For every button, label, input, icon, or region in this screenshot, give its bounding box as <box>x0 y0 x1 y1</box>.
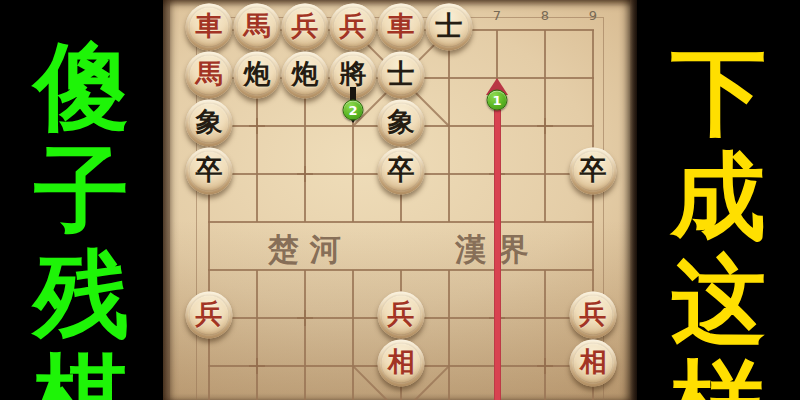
piece-label: 馬 <box>244 13 271 40</box>
piece-black-f1r4[interactable]: 卒 <box>186 148 233 195</box>
piece-label: 士 <box>388 61 415 88</box>
piece-black-f9r4[interactable]: 卒 <box>570 148 617 195</box>
piece-red-f4r1[interactable]: 兵 <box>330 4 377 51</box>
river-label: 河 <box>310 234 341 265</box>
xiangqi-board[interactable]: 789 楚河漢界 車馬兵兵車士馬炮炮將士象象卒卒卒兵兵兵相相 12 <box>163 0 637 400</box>
caption-char: 棋 <box>34 346 129 400</box>
piece-black-f6r1[interactable]: 士 <box>426 4 473 51</box>
piece-red-f1r1[interactable]: 車 <box>186 4 233 51</box>
column-label: 9 <box>589 8 597 23</box>
point-marker <box>537 118 553 134</box>
caption-char: 下 <box>671 40 766 144</box>
piece-label: 車 <box>388 13 415 40</box>
piece-black-f5r4[interactable]: 卒 <box>378 148 425 195</box>
move-badge-2: 2 <box>343 100 364 121</box>
piece-label: 象 <box>388 109 415 136</box>
piece-red-f3r1[interactable]: 兵 <box>282 4 329 51</box>
piece-label: 將 <box>340 61 367 88</box>
piece-red-f5r1[interactable]: 車 <box>378 4 425 51</box>
piece-label: 卒 <box>580 157 607 184</box>
piece-red-f2r1[interactable]: 馬 <box>234 4 281 51</box>
piece-label: 兵 <box>292 13 319 40</box>
point-marker <box>537 358 553 374</box>
piece-red-f9r7[interactable]: 兵 <box>570 292 617 339</box>
piece-label: 卒 <box>388 157 415 184</box>
piece-red-f5r8[interactable]: 相 <box>378 340 425 387</box>
caption-char: 这 <box>671 248 766 352</box>
piece-red-f5r7[interactable]: 兵 <box>378 292 425 339</box>
caption-char: 样 <box>671 352 766 400</box>
piece-label: 炮 <box>244 61 271 88</box>
piece-label: 兵 <box>580 301 607 328</box>
right-caption: 下成这样 <box>637 0 800 400</box>
piece-label: 卒 <box>196 157 223 184</box>
piece-black-f1r3[interactable]: 象 <box>186 100 233 147</box>
point-marker <box>249 118 265 134</box>
piece-black-f5r2[interactable]: 士 <box>378 52 425 99</box>
point-marker <box>249 358 265 374</box>
video-frame: 傻子残棋 789 楚河漢界 車馬兵兵車士馬炮炮將士象象卒卒卒兵兵兵相相 12 下… <box>0 0 800 400</box>
piece-red-f1r2[interactable]: 馬 <box>186 52 233 99</box>
caption-char: 傻 <box>34 34 129 138</box>
caption-char: 子 <box>34 138 129 242</box>
piece-label: 象 <box>196 109 223 136</box>
left-caption: 傻子残棋 <box>0 0 163 400</box>
move-badge-1: 1 <box>487 90 508 111</box>
river-label: 楚 <box>268 234 299 265</box>
column-label: 7 <box>493 8 501 23</box>
piece-label: 相 <box>580 349 607 376</box>
piece-label: 兵 <box>196 301 223 328</box>
piece-black-f3r2[interactable]: 炮 <box>282 52 329 99</box>
piece-label: 炮 <box>292 61 319 88</box>
piece-label: 兵 <box>388 301 415 328</box>
point-marker <box>297 310 313 326</box>
river-label: 界 <box>497 234 528 265</box>
piece-label: 車 <box>196 13 223 40</box>
board-left-edge <box>163 0 170 400</box>
column-label: 8 <box>541 8 549 23</box>
piece-label: 馬 <box>196 61 223 88</box>
piece-label: 相 <box>388 349 415 376</box>
caption-char: 残 <box>34 242 129 346</box>
piece-black-f2r2[interactable]: 炮 <box>234 52 281 99</box>
piece-label: 兵 <box>340 13 367 40</box>
river-label: 漢 <box>455 234 486 265</box>
piece-red-f9r8[interactable]: 相 <box>570 340 617 387</box>
caption-char: 成 <box>671 144 766 248</box>
piece-label: 士 <box>436 13 463 40</box>
board-right-edge <box>630 0 637 400</box>
point-marker <box>297 166 313 182</box>
piece-red-f1r7[interactable]: 兵 <box>186 292 233 339</box>
piece-black-f5r3[interactable]: 象 <box>378 100 425 147</box>
